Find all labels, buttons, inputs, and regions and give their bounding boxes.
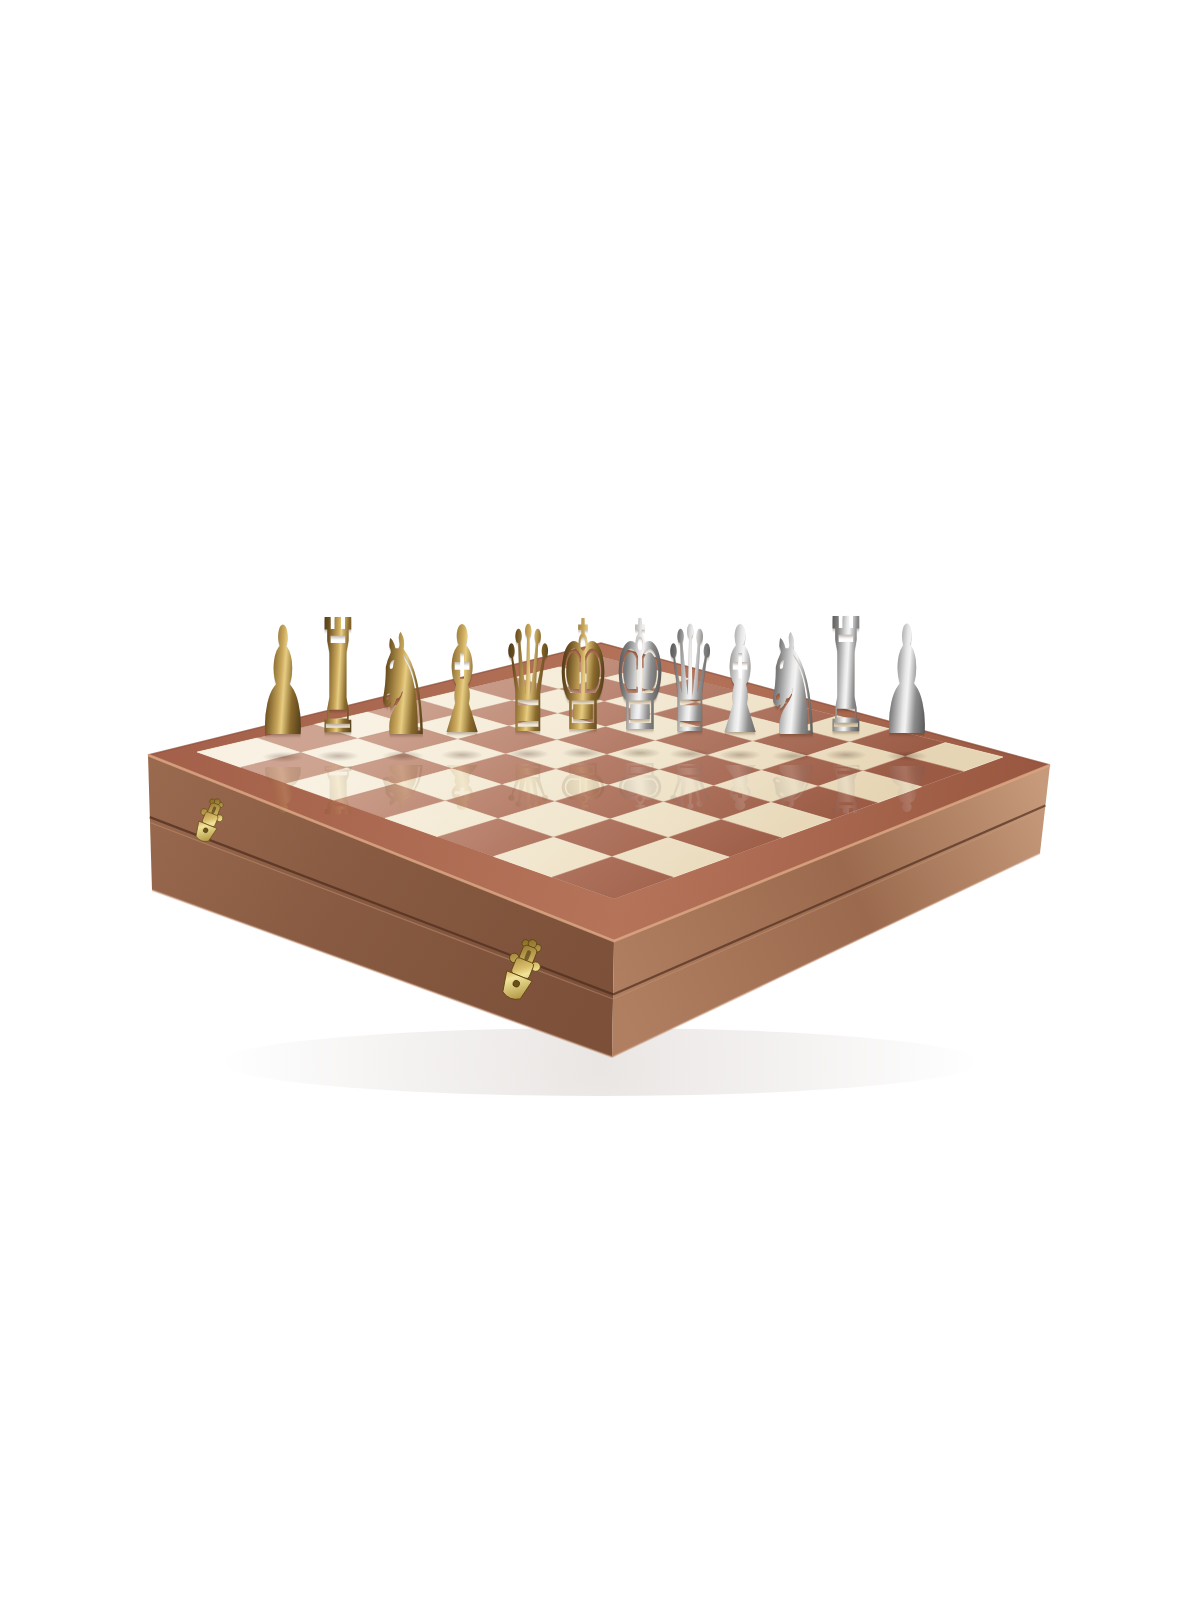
product-photo-chess-case: ♟♟♜♜♞♞♝♝♛♛♚♚♚♚♛♛♝♝♞♞♜♜♟♟	[0, 0, 1200, 1600]
chess-box	[0, 0, 1200, 1600]
